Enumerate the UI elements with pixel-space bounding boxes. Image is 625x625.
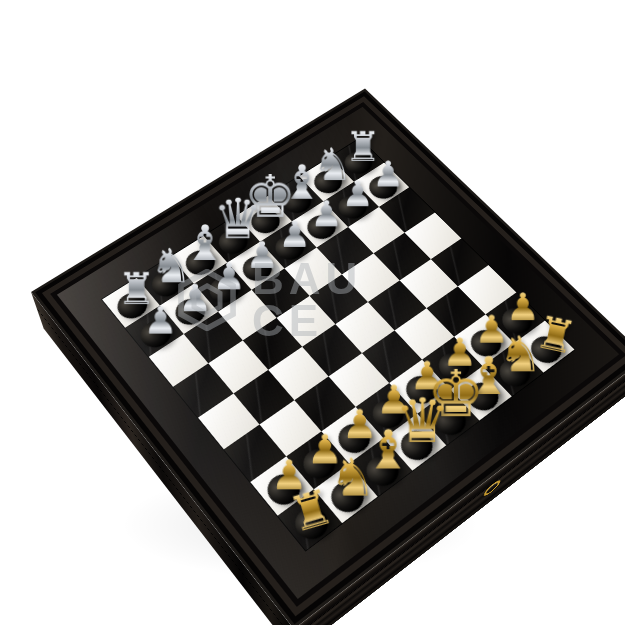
pieces-layer: ♜♞♝♛♚♝♞♜♟♟♟♟♟♟♟♟♟♟♟♟♟♟♟♟♜♞♝♛♚♝♞♜: [57, 107, 619, 599]
piece-glyph: ♟: [125, 301, 196, 339]
board-top: ♜♞♝♛♚♝♞♜♟♟♟♟♟♟♟♟♟♟♟♟♟♟♟♟♜♞♝♛♚♝♞♜: [57, 107, 619, 599]
scene: ♜♞♝♛♚♝♞♜♟♟♟♟♟♟♟♟♟♟♟♟♟♟♟♟♜♞♝♛♚♝♞♜: [0, 0, 625, 625]
product-photo: ♜♞♝♛♚♝♞♜♟♟♟♟♟♟♟♟♟♟♟♟♟♟♟♟♜♞♝♛♚♝♞♜ BAU CE: [0, 0, 625, 625]
chess-board-box: ♜♞♝♛♚♝♞♜♟♟♟♟♟♟♟♟♟♟♟♟♟♟♟♟♜♞♝♛♚♝♞♜: [57, 107, 619, 599]
